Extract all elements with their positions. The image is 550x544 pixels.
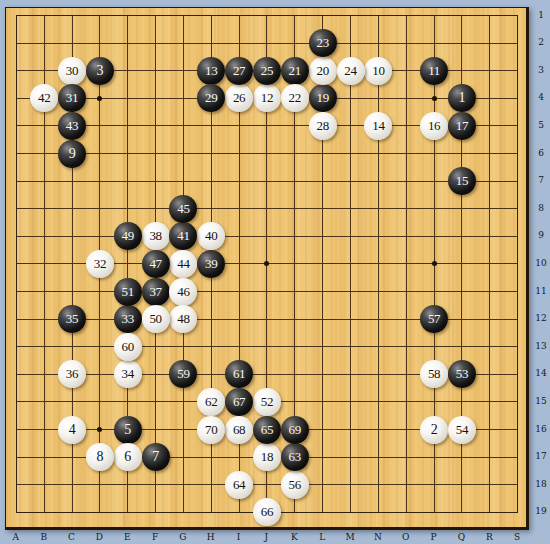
stone-48-G12[interactable]: 48 [169,305,197,333]
row-label-1: 1 [532,10,550,21]
column-label-P: P [425,532,443,542]
stone-number: 61 [225,360,253,388]
row-label-17: 17 [532,451,550,462]
stone-number: 58 [420,360,448,388]
stone-14-N5[interactable]: 14 [364,112,392,140]
stone-number: 46 [169,278,197,306]
stone-number: 69 [281,416,309,444]
stone-11-P3[interactable]: 11 [420,57,448,85]
stone-number: 5 [114,416,142,444]
stone-number: 9 [58,140,86,168]
stone-60-E13[interactable]: 60 [114,333,142,361]
row-label-6: 6 [532,148,550,159]
column-label-O: O [397,532,415,542]
stone-37-F11[interactable]: 37 [142,278,170,306]
stone-number: 8 [86,443,114,471]
stone-number: 60 [114,333,142,361]
stone-number: 49 [114,222,142,250]
stone-43-C5[interactable]: 43 [58,112,86,140]
stone-51-E11[interactable]: 51 [114,278,142,306]
row-label-19: 19 [532,506,550,517]
stone-63-K17[interactable]: 63 [281,443,309,471]
column-label-D: D [90,532,108,542]
stone-66-J19[interactable]: 66 [253,498,281,526]
stone-8-D17[interactable]: 8 [86,443,114,471]
stone-7-F17[interactable]: 7 [142,443,170,471]
column-label-E: E [118,532,136,542]
column-label-M: M [341,532,359,542]
stone-number: 47 [142,250,170,278]
stone-number: 17 [448,112,476,140]
stone-number: 20 [309,57,337,85]
stone-number: 48 [169,305,197,333]
stone-70-H16[interactable]: 70 [197,416,225,444]
stone-40-H9[interactable]: 40 [197,222,225,250]
stone-number: 23 [309,29,337,57]
stone-number: 22 [281,84,309,112]
column-label-C: C [63,532,81,542]
column-label-B: B [35,532,53,542]
stone-number: 11 [420,57,448,85]
stone-16-P5[interactable]: 16 [420,112,448,140]
stone-number: 42 [30,84,58,112]
row-label-15: 15 [532,396,550,407]
stone-13-H3[interactable]: 13 [197,57,225,85]
star-point-P4 [432,96,437,101]
stone-number: 64 [225,471,253,499]
stone-52-J15[interactable]: 52 [253,388,281,416]
stone-number: 7 [142,443,170,471]
column-label-Q: Q [452,532,470,542]
stone-number: 28 [309,112,337,140]
row-label-8: 8 [532,203,550,214]
stone-number: 51 [114,278,142,306]
row-label-5: 5 [532,120,550,131]
stone-69-K16[interactable]: 69 [281,416,309,444]
stone-26-I4[interactable]: 26 [225,84,253,112]
stone-62-H15[interactable]: 62 [197,388,225,416]
stone-number: 27 [225,57,253,85]
row-label-18: 18 [532,479,550,490]
column-label-H: H [202,532,220,542]
row-label-4: 4 [532,92,550,103]
stone-28-L5[interactable]: 28 [309,112,337,140]
go-board[interactable]: 1234567891011121314151617181920212223242… [5,7,529,530]
stone-number: 62 [197,388,225,416]
stone-19-L4[interactable]: 19 [309,84,337,112]
stone-number: 50 [142,305,170,333]
stone-number: 40 [197,222,225,250]
column-label-G: G [174,532,192,542]
stone-57-P12[interactable]: 57 [420,305,448,333]
stone-36-C14[interactable]: 36 [58,360,86,388]
stone-number: 12 [253,84,281,112]
stone-22-K4[interactable]: 22 [281,84,309,112]
stone-number: 38 [142,222,170,250]
stone-number: 41 [169,222,197,250]
stone-number: 56 [281,471,309,499]
stone-45-G8[interactable]: 45 [169,195,197,223]
stone-number: 19 [309,84,337,112]
row-labels: 12345678910111213141516171819 [531,0,550,544]
row-label-13: 13 [532,341,550,352]
stone-number: 1 [448,84,476,112]
stone-68-I16[interactable]: 68 [225,416,253,444]
stone-number: 14 [364,112,392,140]
row-label-10: 10 [532,258,550,269]
stone-33-E12[interactable]: 33 [114,305,142,333]
stone-21-K3[interactable]: 21 [281,57,309,85]
row-label-9: 9 [532,230,550,241]
row-label-16: 16 [532,424,550,435]
stone-number: 43 [58,112,86,140]
stone-number: 26 [225,84,253,112]
stone-number: 31 [58,84,86,112]
stone-12-J4[interactable]: 12 [253,84,281,112]
stone-65-J16[interactable]: 65 [253,416,281,444]
stone-25-J3[interactable]: 25 [253,57,281,85]
column-label-I: I [230,532,248,542]
stone-32-D10[interactable]: 32 [86,250,114,278]
stone-24-M3[interactable]: 24 [337,57,365,85]
stone-41-G9[interactable]: 41 [169,222,197,250]
stone-number: 44 [169,250,197,278]
stone-9-C6[interactable]: 9 [58,140,86,168]
stone-number: 68 [225,416,253,444]
stone-number: 18 [253,443,281,471]
stone-56-K18[interactable]: 56 [281,471,309,499]
stone-number: 36 [58,360,86,388]
stone-number: 6 [114,443,142,471]
stone-10-N3[interactable]: 10 [364,57,392,85]
stone-35-C12[interactable]: 35 [58,305,86,333]
stone-number: 54 [448,416,476,444]
stone-38-F9[interactable]: 38 [142,222,170,250]
stone-number: 34 [114,360,142,388]
column-label-S: S [508,532,526,542]
column-label-L: L [313,532,331,542]
stone-number: 32 [86,250,114,278]
stone-15-Q7[interactable]: 15 [448,167,476,195]
stone-50-F12[interactable]: 50 [142,305,170,333]
column-label-F: F [146,532,164,542]
stone-53-Q14[interactable]: 53 [448,360,476,388]
stone-number: 10 [364,57,392,85]
stone-number: 52 [253,388,281,416]
stone-46-G11[interactable]: 46 [169,278,197,306]
column-label-J: J [257,532,275,542]
column-label-K: K [285,532,303,542]
stone-number: 35 [58,305,86,333]
stone-number: 65 [253,416,281,444]
stone-number: 2 [420,416,448,444]
stone-number: 30 [58,57,86,85]
stone-31-C4[interactable]: 31 [58,84,86,112]
row-label-3: 3 [532,65,550,76]
stone-number: 45 [169,195,197,223]
stone-18-J17[interactable]: 18 [253,443,281,471]
screenshot-root: 1234567891011121314151617181920212223242… [0,0,550,544]
stone-4-C16[interactable]: 4 [58,416,86,444]
stone-3-D3[interactable]: 3 [86,57,114,85]
stone-20-L3[interactable]: 20 [309,57,337,85]
stone-61-I14[interactable]: 61 [225,360,253,388]
column-label-N: N [369,532,387,542]
stone-number: 70 [197,416,225,444]
stone-17-Q5[interactable]: 17 [448,112,476,140]
stone-44-G10[interactable]: 44 [169,250,197,278]
row-label-12: 12 [532,313,550,324]
stone-number: 25 [253,57,281,85]
stone-number: 24 [337,57,365,85]
stone-47-F10[interactable]: 47 [142,250,170,278]
row-label-2: 2 [532,37,550,48]
stone-number: 29 [197,84,225,112]
stone-5-E16[interactable]: 5 [114,416,142,444]
stone-42-B4[interactable]: 42 [30,84,58,112]
stone-number: 63 [281,443,309,471]
stone-2-P16[interactable]: 2 [420,416,448,444]
stone-49-E9[interactable]: 49 [114,222,142,250]
stone-number: 3 [86,57,114,85]
stone-number: 33 [114,305,142,333]
stone-29-H4[interactable]: 29 [197,84,225,112]
stone-number: 16 [420,112,448,140]
row-label-7: 7 [532,175,550,186]
stone-6-E17[interactable]: 6 [114,443,142,471]
stone-30-C3[interactable]: 30 [58,57,86,85]
stone-number: 13 [197,57,225,85]
stone-27-I3[interactable]: 27 [225,57,253,85]
stone-number: 37 [142,278,170,306]
column-labels: ABCDEFGHIJKLMNOPQRS [0,531,550,544]
row-label-14: 14 [532,368,550,379]
stone-23-L2[interactable]: 23 [309,29,337,57]
stone-number: 21 [281,57,309,85]
stone-number: 66 [253,498,281,526]
stone-number: 57 [420,305,448,333]
stone-1-Q4[interactable]: 1 [448,84,476,112]
stone-number: 59 [169,360,197,388]
stone-number: 4 [58,416,86,444]
stone-59-G14[interactable]: 59 [169,360,197,388]
stone-number: 39 [197,250,225,278]
column-label-A: A [7,532,25,542]
stone-number: 53 [448,360,476,388]
column-label-R: R [480,532,498,542]
stone-number: 15 [448,167,476,195]
stone-34-E14[interactable]: 34 [114,360,142,388]
stone-58-P14[interactable]: 58 [420,360,448,388]
row-label-11: 11 [532,286,550,297]
stone-67-I15[interactable]: 67 [225,388,253,416]
stone-64-I18[interactable]: 64 [225,471,253,499]
stone-54-Q16[interactable]: 54 [448,416,476,444]
stone-number: 67 [225,388,253,416]
stone-39-H10[interactable]: 39 [197,250,225,278]
